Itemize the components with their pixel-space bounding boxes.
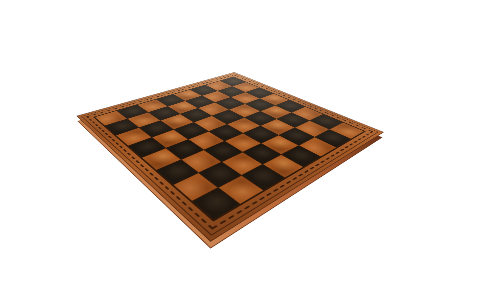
square-e8[interactable] [142, 148, 181, 170]
square-d7[interactable] [152, 130, 187, 148]
square-h2[interactable] [315, 130, 350, 147]
square-h6[interactable] [242, 165, 284, 190]
square-g4[interactable] [262, 135, 298, 154]
square-h5[interactable] [263, 155, 303, 178]
square-h7[interactable] [219, 176, 263, 204]
playing-field [93, 77, 366, 222]
square-f6[interactable] [205, 142, 242, 162]
square-c7[interactable] [139, 121, 173, 137]
square-g3[interactable] [280, 128, 315, 145]
square-f7[interactable] [182, 150, 221, 172]
chessboard [76, 72, 384, 242]
square-h3[interactable] [300, 137, 337, 156]
square-f5[interactable] [225, 133, 261, 151]
square-c8[interactable] [116, 128, 151, 146]
square-g6[interactable] [222, 153, 262, 176]
square-e5[interactable] [209, 124, 243, 141]
square-e6[interactable] [188, 132, 224, 150]
square-d8[interactable] [128, 138, 165, 158]
square-g5[interactable] [243, 144, 281, 164]
board-top-face [76, 72, 384, 242]
square-g8[interactable] [174, 173, 218, 201]
square-d6[interactable] [174, 122, 208, 138]
square-f4[interactable] [244, 126, 278, 143]
square-g7[interactable] [199, 162, 241, 187]
square-h4[interactable] [282, 146, 320, 167]
square-f8[interactable] [157, 160, 198, 184]
square-b8[interactable] [105, 119, 138, 135]
square-h8[interactable] [193, 188, 240, 219]
square-e7[interactable] [166, 140, 203, 160]
photo-background [0, 0, 480, 302]
